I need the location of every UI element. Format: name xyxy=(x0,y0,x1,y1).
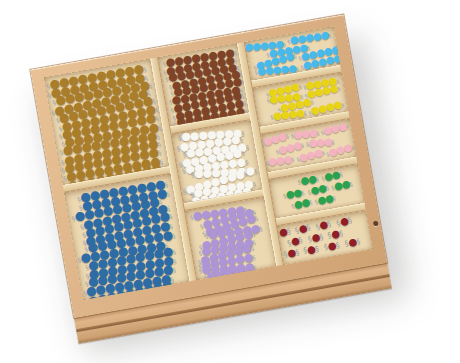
bead-bar: §●§ xyxy=(303,244,320,256)
wire-hook: § xyxy=(171,282,176,291)
lid-slot-hole xyxy=(373,221,379,227)
wire-hook: § xyxy=(315,245,320,254)
wire-hook: § xyxy=(301,142,305,148)
bead-bar: §●●●§ xyxy=(265,153,295,167)
compartment-brown-8: §●●●●●●●●§§●●●●●●●●§§●●●●●●●●§§●●●●●●●●§… xyxy=(158,43,249,126)
wire-hook: § xyxy=(346,123,350,129)
bead-bar: §●§ xyxy=(282,247,299,259)
wire-hook: § xyxy=(291,156,295,162)
wire-hook: § xyxy=(254,168,258,176)
wire-hook: § xyxy=(285,133,289,140)
wire-hook: § xyxy=(335,241,340,250)
wire-hook: § xyxy=(293,53,297,60)
wire-hook: § xyxy=(325,185,330,193)
bead-bar: §●●●●●●§ xyxy=(203,267,261,280)
wire-hook: § xyxy=(351,144,355,151)
bead-string: ●●● xyxy=(268,153,292,167)
wire-hook: § xyxy=(296,66,299,72)
compartment-area: §●●●●●●●●●●§§●●●●●●●●●●§§●●●●●●●●●●§§●●●… xyxy=(44,26,373,300)
bead-bar: §●§ xyxy=(323,240,340,252)
wire-hook: § xyxy=(294,248,299,258)
bead-bar: §●§ xyxy=(344,236,361,248)
wire-hook: § xyxy=(84,300,89,301)
wire-hook: § xyxy=(303,111,306,117)
bead-bar: §●●§ xyxy=(314,193,337,207)
compartment-white-7: §●●●●●●●§§●●●●●●●§§●●●●●●●§§●●●●●●●§§●●●… xyxy=(172,120,263,203)
wire-hook: § xyxy=(341,102,345,108)
wire-hook: § xyxy=(355,237,360,247)
photo-scene: §●●●●●●●●●●§§●●●●●●●●●●§§●●●●●●●●●●§§●●●… xyxy=(0,0,460,363)
wire-hook: § xyxy=(339,47,340,53)
wire-hook: § xyxy=(339,229,344,238)
wire-hook: § xyxy=(339,171,343,178)
bead-bar: §●●§ xyxy=(290,197,313,211)
wire-hook: § xyxy=(258,270,262,277)
wire-hook: § xyxy=(349,181,353,188)
compartment-blue-9: §●●●●●●●●●§§●●●●●●●●●§§●●●●●●●●●§§●●●●●●… xyxy=(64,174,189,300)
wire-hook: § xyxy=(308,199,312,206)
compartment-golden-10: §●●●●●●●●●●§§●●●●●●●●●●§§●●●●●●●●●●§§●●●… xyxy=(44,59,169,185)
wire-hook: § xyxy=(332,195,336,202)
compartment-purple-6: §●●●●●●§§●●●●●●§§●●●●●●§§●●●●●●§§●●●●●●§… xyxy=(185,197,276,280)
bead-box: §●●●●●●●●●●§§●●●●●●●●●●§§●●●●●●●●●●§§●●●… xyxy=(30,15,391,344)
